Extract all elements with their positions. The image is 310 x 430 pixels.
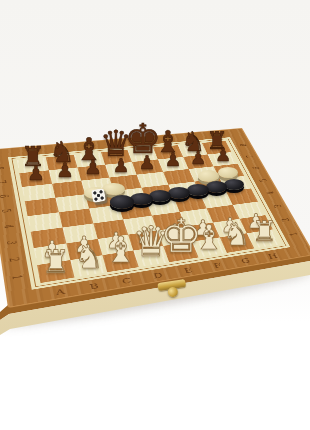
checker-disc-black-7 xyxy=(168,187,190,199)
chess-piece-white-b1: ♞ xyxy=(74,240,104,273)
chess-piece-white-h1: ♜ xyxy=(251,218,276,246)
chess-piece-black-d7: ♟ xyxy=(112,156,129,175)
chess-piece-black-b7: ♟ xyxy=(56,160,74,180)
chess-piece-black-h7: ♟ xyxy=(215,146,231,164)
pieces-layer: ♜♞♝♛♚♝♞♜♟♟♟♟♟♟♟♟♟♟♟♟♟♟♟♟♜♞♝♛♚♝♞♜ xyxy=(0,0,310,430)
chess-piece-black-g7: ♟ xyxy=(190,149,206,167)
chess-piece-white-g1: ♞ xyxy=(223,219,251,250)
checker-disc-light-3 xyxy=(198,170,219,182)
chess-piece-black-a7: ♟ xyxy=(27,163,45,183)
checker-disc-light-2 xyxy=(218,167,238,178)
chess-piece-white-a1: ♜ xyxy=(42,246,71,278)
chess-piece-black-c7: ♟ xyxy=(84,157,102,177)
checker-disc-black-4 xyxy=(224,179,244,190)
product-photo-chess-set: ABCDEFGH1122334455667788 ♜♞♝♛♚♝♞♜♟♟♟♟♟♟♟… xyxy=(0,0,310,430)
clasp-knob xyxy=(167,286,178,297)
checker-disc-black-6 xyxy=(187,184,209,196)
chess-piece-black-e7: ♟ xyxy=(138,153,155,172)
chess-piece-black-f7: ♟ xyxy=(164,150,181,169)
white-die xyxy=(90,188,105,203)
checker-disc-black-10 xyxy=(110,195,134,208)
brass-clasp xyxy=(155,279,190,308)
chess-piece-white-f1: ♝ xyxy=(194,220,224,254)
